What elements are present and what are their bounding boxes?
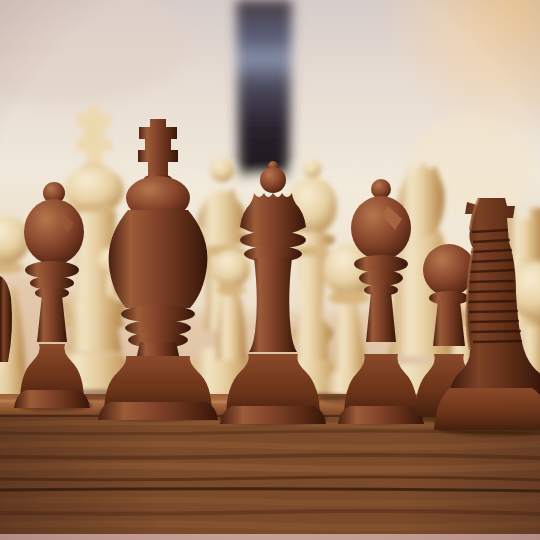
vignette (0, 0, 540, 540)
photo-canvas (0, 0, 540, 540)
chess-photo (0, 0, 540, 540)
